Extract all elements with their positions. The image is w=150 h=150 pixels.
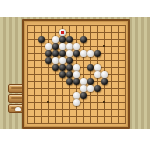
white-stone (66, 50, 73, 57)
white-stone (80, 50, 87, 57)
black-stone (59, 64, 66, 71)
white-stone (59, 57, 66, 64)
black-stone (52, 43, 59, 50)
black-stone (45, 57, 52, 64)
white-stone (87, 50, 94, 57)
white-stone (73, 92, 80, 99)
white-stone (52, 57, 59, 64)
black-stone (66, 36, 73, 43)
black-stone (52, 64, 59, 71)
black-stone (66, 57, 73, 64)
black-stone (66, 78, 73, 85)
white-stone (80, 78, 87, 85)
app-window (0, 0, 150, 150)
black-stone (101, 78, 108, 85)
white-stone (94, 64, 101, 71)
white-stone (66, 43, 73, 50)
white-stone (87, 85, 94, 92)
black-stone (52, 50, 59, 57)
white-stone (101, 71, 108, 78)
white-stone (73, 99, 80, 106)
black-stone (94, 50, 101, 57)
white-stone (73, 71, 80, 78)
black-stone (59, 50, 66, 57)
white-stone (94, 71, 101, 78)
black-stone (66, 71, 73, 78)
white-stone (73, 64, 80, 71)
cup-icon (15, 107, 21, 111)
star-point (103, 101, 105, 103)
white-stone (52, 36, 59, 43)
black-stone (38, 36, 45, 43)
white-stone (59, 29, 66, 36)
gomoku-board[interactable] (22, 19, 130, 129)
board-grid[interactable] (27, 25, 126, 124)
black-stone (87, 64, 94, 71)
white-stone (73, 43, 80, 50)
black-stone (94, 85, 101, 92)
star-point (103, 45, 105, 47)
star-point (47, 101, 49, 103)
black-stone (73, 50, 80, 57)
black-stone (73, 78, 80, 85)
black-stone (66, 64, 73, 71)
black-stone (45, 50, 52, 57)
black-stone (59, 71, 66, 78)
white-stone (45, 43, 52, 50)
last-move-marker (61, 31, 64, 34)
black-stone (80, 92, 87, 99)
white-stone (59, 43, 66, 50)
black-stone (59, 36, 66, 43)
white-stone (80, 85, 87, 92)
black-stone (87, 78, 94, 85)
black-stone (80, 36, 87, 43)
